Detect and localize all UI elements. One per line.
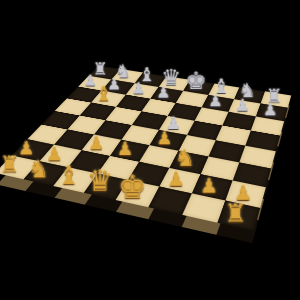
piece-silver-pawn-h7: ♟ <box>256 102 284 118</box>
square-a4 <box>42 111 80 130</box>
square-g6 <box>222 112 256 131</box>
piece-silver-bishop-f8: ♝ <box>208 77 234 97</box>
piece-silver-pawn-g7: ♟ <box>228 97 256 113</box>
piece-silver-knight-g8: ♞ <box>234 82 261 101</box>
square-b5 <box>80 103 116 121</box>
piece-silver-rook-h8: ♜ <box>261 87 288 106</box>
piece-gold-pawn-a2: ♟ <box>10 139 41 157</box>
chess-board: ♜♞♝♛♚♝♞♜♟♟♟♟♟♟♟♝♟♟♟♟♞♟♟♟♟♟♜♞♝♛♚♜ <box>0 66 291 231</box>
chess-set-photo: ♜♞♝♛♚♝♞♜♟♟♟♟♟♟♟♝♟♟♟♟♞♟♟♟♟♟♜♞♝♛♚♜ <box>0 0 300 300</box>
piece-gold-pawn-h2: ♟ <box>225 183 260 204</box>
piece-silver-rook-a8: ♜ <box>88 60 113 77</box>
square-f6 <box>195 107 229 125</box>
piece-gold-pawn-b2: ♟ <box>38 145 70 164</box>
